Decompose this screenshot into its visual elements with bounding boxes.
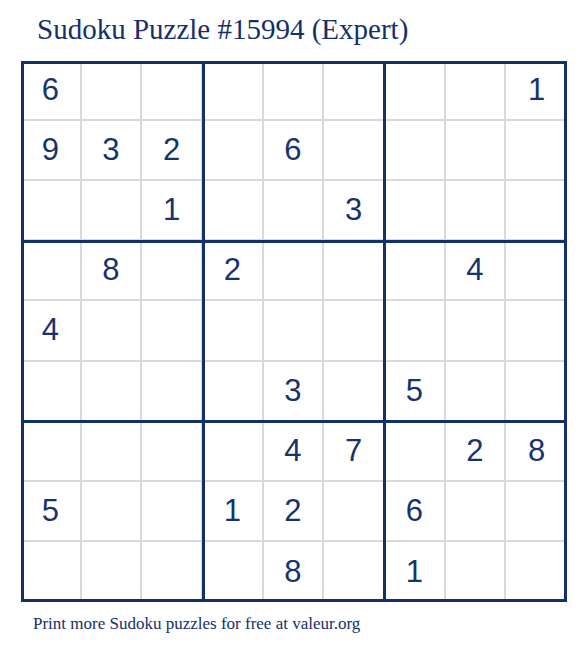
cell-r3c8 — [446, 181, 507, 241]
box-border-horizontal-bottom — [21, 599, 567, 602]
cell-r3c4 — [203, 181, 264, 241]
cell-r9c2 — [82, 542, 143, 602]
box-border-vertical-2 — [383, 61, 386, 602]
cell-r5c8 — [446, 301, 507, 361]
box-border-horizontal-top — [21, 61, 567, 64]
cell-r1c8 — [446, 61, 507, 121]
cell-r8c3 — [142, 482, 203, 542]
cell-r2c4 — [203, 121, 264, 181]
cell-r4c9 — [506, 241, 567, 301]
cell-r6c7: 5 — [385, 362, 446, 422]
cell-r5c7 — [385, 301, 446, 361]
cell-r2c6 — [324, 121, 385, 181]
cell-r1c4 — [203, 61, 264, 121]
cell-r3c2 — [82, 181, 143, 241]
cell-r4c1 — [21, 241, 82, 301]
cell-r5c3 — [142, 301, 203, 361]
box-border-vertical-right — [564, 61, 567, 602]
cell-r8c2 — [82, 482, 143, 542]
cell-r5c2 — [82, 301, 143, 361]
cell-r9c9 — [506, 542, 567, 602]
cell-r6c8 — [446, 362, 507, 422]
cell-r8c4: 1 — [203, 482, 264, 542]
cell-r7c9: 8 — [506, 422, 567, 482]
cell-r6c6 — [324, 362, 385, 422]
cell-r5c9 — [506, 301, 567, 361]
cell-r8c1: 5 — [21, 482, 82, 542]
cell-r2c1: 9 — [21, 121, 82, 181]
cell-r4c3 — [142, 241, 203, 301]
cell-r8c7: 6 — [385, 482, 446, 542]
cell-r3c3: 1 — [142, 181, 203, 241]
box-border-horizontal-2 — [21, 420, 567, 423]
cell-r7c3 — [142, 422, 203, 482]
cell-r1c6 — [324, 61, 385, 121]
cell-r2c9 — [506, 121, 567, 181]
cell-r8c5: 2 — [264, 482, 325, 542]
cell-r1c2 — [82, 61, 143, 121]
cell-r9c4 — [203, 542, 264, 602]
cell-r2c7 — [385, 121, 446, 181]
cell-r1c5 — [264, 61, 325, 121]
cell-r7c7 — [385, 422, 446, 482]
cell-r6c5: 3 — [264, 362, 325, 422]
cell-r9c1 — [21, 542, 82, 602]
cell-r9c6 — [324, 542, 385, 602]
cell-r7c4 — [203, 422, 264, 482]
cell-r2c5: 6 — [264, 121, 325, 181]
cell-r3c9 — [506, 181, 567, 241]
cell-r9c8 — [446, 542, 507, 602]
sudoku-board: 619326138244354728512681 — [21, 61, 567, 602]
cell-r5c6 — [324, 301, 385, 361]
cell-r2c2: 3 — [82, 121, 143, 181]
cell-r6c1 — [21, 362, 82, 422]
cell-r6c4 — [203, 362, 264, 422]
cell-r1c3 — [142, 61, 203, 121]
cell-r4c5 — [264, 241, 325, 301]
cell-r9c5: 8 — [264, 542, 325, 602]
cell-r7c6: 7 — [324, 422, 385, 482]
cell-r8c8 — [446, 482, 507, 542]
cell-r8c9 — [506, 482, 567, 542]
cell-r4c6 — [324, 241, 385, 301]
cell-r4c7 — [385, 241, 446, 301]
cell-r4c8: 4 — [446, 241, 507, 301]
cell-r1c1: 6 — [21, 61, 82, 121]
cell-r9c7: 1 — [385, 542, 446, 602]
cell-r3c7 — [385, 181, 446, 241]
cell-r1c7 — [385, 61, 446, 121]
cell-r1c9: 1 — [506, 61, 567, 121]
cell-r3c6: 3 — [324, 181, 385, 241]
box-border-horizontal-1 — [21, 240, 567, 243]
footer-text: Print more Sudoku puzzles for free at va… — [33, 614, 360, 634]
cell-r2c3: 2 — [142, 121, 203, 181]
cell-r8c6 — [324, 482, 385, 542]
cell-r7c8: 2 — [446, 422, 507, 482]
cell-r7c2 — [82, 422, 143, 482]
cell-r6c9 — [506, 362, 567, 422]
page-title: Sudoku Puzzle #15994 (Expert) — [37, 13, 408, 46]
cell-r5c5 — [264, 301, 325, 361]
cell-r5c1: 4 — [21, 301, 82, 361]
cell-r6c2 — [82, 362, 143, 422]
sudoku-cells: 619326138244354728512681 — [21, 61, 567, 602]
cell-r7c5: 4 — [264, 422, 325, 482]
cell-r9c3 — [142, 542, 203, 602]
cell-r7c1 — [21, 422, 82, 482]
box-border-vertical-left — [21, 61, 24, 602]
cell-r6c3 — [142, 362, 203, 422]
cell-r4c4: 2 — [203, 241, 264, 301]
cell-r2c8 — [446, 121, 507, 181]
cell-r3c5 — [264, 181, 325, 241]
cell-r3c1 — [21, 181, 82, 241]
cell-r5c4 — [203, 301, 264, 361]
cell-r4c2: 8 — [82, 241, 143, 301]
box-border-vertical-1 — [202, 61, 205, 602]
